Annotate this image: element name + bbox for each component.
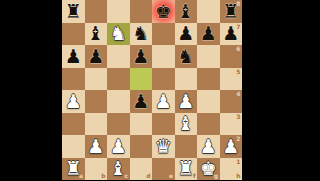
piece-black-pawn: ♟ xyxy=(62,45,85,68)
piece-black-pawn: ♟ xyxy=(130,90,153,113)
piece-black-bishop: ♝ xyxy=(85,23,108,46)
square-c1[interactable]: ♝c xyxy=(107,158,130,181)
square-c7[interactable]: ♞ xyxy=(107,23,130,46)
square-d8[interactable] xyxy=(130,0,153,23)
square-h1[interactable]: 1h xyxy=(220,158,243,181)
rank-label-2: 2 xyxy=(236,136,240,142)
square-d1[interactable]: d xyxy=(130,158,153,181)
piece-white-knight: ♞ xyxy=(107,23,130,46)
square-a3[interactable] xyxy=(62,113,85,136)
piece-white-pawn: ♟ xyxy=(175,90,198,113)
square-b4[interactable] xyxy=(85,90,108,113)
piece-black-rook: ♜ xyxy=(220,0,243,23)
square-g6[interactable] xyxy=(197,45,220,68)
piece-white-rook: ♜ xyxy=(62,158,85,181)
file-label-a: a xyxy=(79,173,83,179)
piece-white-pawn: ♟ xyxy=(220,135,243,158)
square-g3[interactable] xyxy=(197,113,220,136)
square-g5[interactable] xyxy=(197,68,220,91)
piece-black-pawn: ♟ xyxy=(130,45,153,68)
square-d5[interactable] xyxy=(130,68,153,91)
rank-label-8: 8 xyxy=(236,1,240,7)
file-label-g: g xyxy=(214,173,218,179)
piece-white-pawn: ♟ xyxy=(197,135,220,158)
square-f2[interactable] xyxy=(175,135,198,158)
piece-black-pawn: ♟ xyxy=(175,23,198,46)
square-g2[interactable]: ♟ xyxy=(197,135,220,158)
piece-white-pawn: ♟ xyxy=(62,90,85,113)
square-b8[interactable] xyxy=(85,0,108,23)
square-f8[interactable]: ♝ xyxy=(175,0,198,23)
square-a7[interactable] xyxy=(62,23,85,46)
square-b6[interactable]: ♟ xyxy=(85,45,108,68)
square-d7[interactable]: ♞ xyxy=(130,23,153,46)
square-b5[interactable] xyxy=(85,68,108,91)
file-label-h: h xyxy=(236,173,240,179)
square-c2[interactable]: ♟ xyxy=(107,135,130,158)
piece-white-queen: ♛ xyxy=(152,135,175,158)
piece-black-pawn: ♟ xyxy=(197,23,220,46)
chess-board: ♜♚♝♜8♝♞♞♟♟♟7♟♟♟♞65♟♟♟♟4♝3♟♟♛♟♟2♜ab♝cde♜f… xyxy=(62,0,242,180)
square-f3[interactable]: ♝ xyxy=(175,113,198,136)
square-f4[interactable]: ♟ xyxy=(175,90,198,113)
rank-label-3: 3 xyxy=(236,114,240,120)
file-label-e: e xyxy=(169,173,173,179)
square-g1[interactable]: ♚g xyxy=(197,158,220,181)
square-a6[interactable]: ♟ xyxy=(62,45,85,68)
square-d4[interactable]: ♟ xyxy=(130,90,153,113)
square-c6[interactable] xyxy=(107,45,130,68)
piece-white-king: ♚ xyxy=(197,158,220,181)
square-h5[interactable]: 5 xyxy=(220,68,243,91)
rank-label-4: 4 xyxy=(236,91,240,97)
square-c8[interactable] xyxy=(107,0,130,23)
square-a5[interactable] xyxy=(62,68,85,91)
square-c3[interactable] xyxy=(107,113,130,136)
square-a8[interactable]: ♜ xyxy=(62,0,85,23)
square-f5[interactable] xyxy=(175,68,198,91)
piece-white-bishop: ♝ xyxy=(175,113,198,136)
square-f6[interactable]: ♞ xyxy=(175,45,198,68)
square-g7[interactable]: ♟ xyxy=(197,23,220,46)
square-e7[interactable] xyxy=(152,23,175,46)
file-label-d: d xyxy=(146,173,150,179)
square-d6[interactable]: ♟ xyxy=(130,45,153,68)
square-e1[interactable]: e xyxy=(152,158,175,181)
square-f7[interactable]: ♟ xyxy=(175,23,198,46)
piece-white-bishop: ♝ xyxy=(107,158,130,181)
square-h7[interactable]: ♟7 xyxy=(220,23,243,46)
piece-white-pawn: ♟ xyxy=(85,135,108,158)
square-g4[interactable] xyxy=(197,90,220,113)
square-h8[interactable]: ♜8 xyxy=(220,0,243,23)
file-label-c: c xyxy=(124,173,128,179)
square-h6[interactable]: 6 xyxy=(220,45,243,68)
square-a2[interactable] xyxy=(62,135,85,158)
rank-label-6: 6 xyxy=(236,46,240,52)
piece-black-knight: ♞ xyxy=(130,23,153,46)
square-e6[interactable] xyxy=(152,45,175,68)
square-b1[interactable]: b xyxy=(85,158,108,181)
square-e4[interactable]: ♟ xyxy=(152,90,175,113)
square-c5[interactable] xyxy=(107,68,130,91)
square-e2[interactable]: ♛ xyxy=(152,135,175,158)
square-a1[interactable]: ♜a xyxy=(62,158,85,181)
square-e5[interactable] xyxy=(152,68,175,91)
square-h3[interactable]: 3 xyxy=(220,113,243,136)
piece-black-knight: ♞ xyxy=(175,45,198,68)
piece-white-rook: ♜ xyxy=(175,158,198,181)
piece-black-pawn: ♟ xyxy=(220,23,243,46)
square-e3[interactable] xyxy=(152,113,175,136)
piece-white-pawn: ♟ xyxy=(152,90,175,113)
square-d3[interactable] xyxy=(130,113,153,136)
square-d2[interactable] xyxy=(130,135,153,158)
piece-black-pawn: ♟ xyxy=(85,45,108,68)
piece-white-pawn: ♟ xyxy=(107,135,130,158)
piece-black-rook: ♜ xyxy=(62,0,85,23)
rank-label-5: 5 xyxy=(236,69,240,75)
rank-label-1: 1 xyxy=(236,159,240,165)
square-g8[interactable] xyxy=(197,0,220,23)
piece-black-king: ♚ xyxy=(152,0,175,23)
file-label-b: b xyxy=(101,173,105,179)
app-canvas: ♜♚♝♜8♝♞♞♟♟♟7♟♟♟♞65♟♟♟♟4♝3♟♟♛♟♟2♜ab♝cde♜f… xyxy=(0,0,320,180)
rank-label-7: 7 xyxy=(236,24,240,30)
square-h2[interactable]: ♟2 xyxy=(220,135,243,158)
square-c4[interactable] xyxy=(107,90,130,113)
square-b3[interactable] xyxy=(85,113,108,136)
square-a4[interactable]: ♟ xyxy=(62,90,85,113)
file-label-f: f xyxy=(193,173,196,179)
piece-black-bishop: ♝ xyxy=(175,0,198,23)
square-b2[interactable]: ♟ xyxy=(85,135,108,158)
square-f1[interactable]: ♜f xyxy=(175,158,198,181)
square-e8[interactable]: ♚ xyxy=(152,0,175,23)
square-b7[interactable]: ♝ xyxy=(85,23,108,46)
square-h4[interactable]: 4 xyxy=(220,90,243,113)
